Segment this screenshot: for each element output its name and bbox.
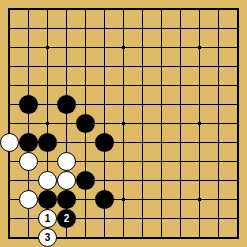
intersection-H5[interactable]	[133, 152, 152, 171]
intersection-J12[interactable]	[152, 19, 171, 38]
intersection-E5[interactable]	[76, 152, 95, 171]
intersection-N6[interactable]	[228, 133, 247, 152]
intersection-G7[interactable]	[114, 114, 133, 133]
intersection-G4[interactable]	[114, 171, 133, 190]
intersection-C12[interactable]	[38, 19, 57, 38]
go-board-diagram: 123	[0, 0, 247, 247]
intersection-F4[interactable]	[95, 171, 114, 190]
intersection-E9[interactable]	[76, 76, 95, 95]
intersection-C11[interactable]	[38, 38, 57, 57]
intersection-H12[interactable]	[133, 19, 152, 38]
white-stone	[0, 133, 19, 152]
intersection-G5[interactable]	[114, 152, 133, 171]
intersection-C4[interactable]	[38, 171, 57, 190]
intersection-D4[interactable]	[57, 171, 76, 190]
intersection-E6[interactable]	[76, 133, 95, 152]
intersection-J8[interactable]	[152, 95, 171, 114]
black-stone	[19, 133, 38, 152]
intersection-J7[interactable]	[152, 114, 171, 133]
intersection-F3[interactable]	[95, 190, 114, 209]
white-stone	[38, 171, 57, 190]
intersection-D12[interactable]	[57, 19, 76, 38]
intersection-H2[interactable]	[133, 209, 152, 228]
intersection-B2[interactable]	[19, 209, 38, 228]
intersection-M10[interactable]	[209, 57, 228, 76]
white-stone	[57, 152, 76, 171]
intersection-H1[interactable]	[133, 228, 152, 247]
intersection-D7[interactable]	[57, 114, 76, 133]
intersection-A4[interactable]	[0, 171, 19, 190]
intersection-K5[interactable]	[171, 152, 190, 171]
intersection-B9[interactable]	[19, 76, 38, 95]
intersection-M7[interactable]	[209, 114, 228, 133]
intersection-B7[interactable]	[19, 114, 38, 133]
intersection-A5[interactable]	[0, 152, 19, 171]
intersection-E3[interactable]	[76, 190, 95, 209]
intersection-A6[interactable]	[0, 133, 19, 152]
intersection-J5[interactable]	[152, 152, 171, 171]
intersection-M9[interactable]	[209, 76, 228, 95]
intersection-C10[interactable]	[38, 57, 57, 76]
intersection-M1[interactable]	[209, 228, 228, 247]
intersection-D2[interactable]: 2	[57, 209, 76, 228]
intersection-E4[interactable]	[76, 171, 95, 190]
intersection-K2[interactable]	[171, 209, 190, 228]
intersection-G12[interactable]	[114, 19, 133, 38]
move-2-black-stone: 2	[57, 209, 76, 228]
intersection-A2[interactable]	[0, 209, 19, 228]
intersection-D13[interactable]	[57, 0, 76, 19]
intersection-H6[interactable]	[133, 133, 152, 152]
intersection-F6[interactable]	[95, 133, 114, 152]
intersection-J6[interactable]	[152, 133, 171, 152]
intersection-E11[interactable]	[76, 38, 95, 57]
intersection-A8[interactable]	[0, 95, 19, 114]
intersection-N4[interactable]	[228, 171, 247, 190]
intersection-E12[interactable]	[76, 19, 95, 38]
intersection-N9[interactable]	[228, 76, 247, 95]
intersection-M6[interactable]	[209, 133, 228, 152]
intersection-K4[interactable]	[171, 171, 190, 190]
intersection-H3[interactable]	[133, 190, 152, 209]
go-board[interactable]: 123	[0, 0, 247, 247]
intersection-C3[interactable]	[38, 190, 57, 209]
intersection-K9[interactable]	[171, 76, 190, 95]
intersection-B6[interactable]	[19, 133, 38, 152]
black-stone	[76, 171, 95, 190]
intersection-J4[interactable]	[152, 171, 171, 190]
intersection-K10[interactable]	[171, 57, 190, 76]
intersection-N2[interactable]	[228, 209, 247, 228]
intersection-K12[interactable]	[171, 19, 190, 38]
intersection-H13[interactable]	[133, 0, 152, 19]
intersection-F13[interactable]	[95, 0, 114, 19]
black-stone	[57, 95, 76, 114]
intersection-H7[interactable]	[133, 114, 152, 133]
intersection-J9[interactable]	[152, 76, 171, 95]
intersection-J3[interactable]	[152, 190, 171, 209]
intersection-D10[interactable]	[57, 57, 76, 76]
intersection-L8[interactable]	[190, 95, 209, 114]
intersection-G11[interactable]	[114, 38, 133, 57]
intersection-D8[interactable]	[57, 95, 76, 114]
intersection-A11[interactable]	[0, 38, 19, 57]
intersection-G1[interactable]	[114, 228, 133, 247]
intersection-F1[interactable]	[95, 228, 114, 247]
black-stone	[38, 190, 57, 209]
white-stone	[57, 171, 76, 190]
intersection-G3[interactable]	[114, 190, 133, 209]
black-stone	[57, 190, 76, 209]
intersection-L12[interactable]	[190, 19, 209, 38]
intersection-G8[interactable]	[114, 95, 133, 114]
intersection-K8[interactable]	[171, 95, 190, 114]
intersection-C2[interactable]: 1	[38, 209, 57, 228]
intersection-M13[interactable]	[209, 0, 228, 19]
intersection-L9[interactable]	[190, 76, 209, 95]
intersection-B5[interactable]	[19, 152, 38, 171]
black-stone	[76, 114, 95, 133]
intersection-L7[interactable]	[190, 114, 209, 133]
black-stone	[38, 133, 57, 152]
intersection-L6[interactable]	[190, 133, 209, 152]
intersection-N10[interactable]	[228, 57, 247, 76]
black-stone	[95, 133, 114, 152]
intersection-L5[interactable]	[190, 152, 209, 171]
intersection-L1[interactable]	[190, 228, 209, 247]
intersection-G9[interactable]	[114, 76, 133, 95]
intersection-G13[interactable]	[114, 0, 133, 19]
intersection-A1[interactable]	[0, 228, 19, 247]
move-1-white-stone: 1	[38, 209, 57, 228]
intersection-L4[interactable]	[190, 171, 209, 190]
intersection-C13[interactable]	[38, 0, 57, 19]
intersection-G2[interactable]	[114, 209, 133, 228]
intersection-K13[interactable]	[171, 0, 190, 19]
white-stone	[19, 152, 38, 171]
intersection-A7[interactable]	[0, 114, 19, 133]
intersection-F5[interactable]	[95, 152, 114, 171]
intersection-H10[interactable]	[133, 57, 152, 76]
intersection-A3[interactable]	[0, 190, 19, 209]
intersection-M2[interactable]	[209, 209, 228, 228]
intersection-C6[interactable]	[38, 133, 57, 152]
intersection-H9[interactable]	[133, 76, 152, 95]
intersection-E13[interactable]	[76, 0, 95, 19]
intersection-D6[interactable]	[57, 133, 76, 152]
intersection-C7[interactable]	[38, 114, 57, 133]
intersection-J13[interactable]	[152, 0, 171, 19]
intersection-K1[interactable]	[171, 228, 190, 247]
intersection-J1[interactable]	[152, 228, 171, 247]
intersection-L10[interactable]	[190, 57, 209, 76]
move-3-white-stone: 3	[38, 228, 57, 247]
black-stone	[95, 190, 114, 209]
intersection-N7[interactable]	[228, 114, 247, 133]
intersection-B11[interactable]	[19, 38, 38, 57]
intersection-G10[interactable]	[114, 57, 133, 76]
intersection-J11[interactable]	[152, 38, 171, 57]
intersection-E8[interactable]	[76, 95, 95, 114]
intersection-F2[interactable]	[95, 209, 114, 228]
intersection-E7[interactable]	[76, 114, 95, 133]
intersection-H4[interactable]	[133, 171, 152, 190]
intersection-F10[interactable]	[95, 57, 114, 76]
intersection-E1[interactable]	[76, 228, 95, 247]
intersection-N12[interactable]	[228, 19, 247, 38]
white-stone	[19, 190, 38, 209]
intersection-C9[interactable]	[38, 76, 57, 95]
intersection-B1[interactable]	[19, 228, 38, 247]
intersection-N8[interactable]	[228, 95, 247, 114]
intersection-M11[interactable]	[209, 38, 228, 57]
black-stone	[19, 95, 38, 114]
intersection-B4[interactable]	[19, 171, 38, 190]
intersection-M8[interactable]	[209, 95, 228, 114]
intersection-D5[interactable]	[57, 152, 76, 171]
intersection-C8[interactable]	[38, 95, 57, 114]
intersection-F11[interactable]	[95, 38, 114, 57]
intersection-A10[interactable]	[0, 57, 19, 76]
intersection-K11[interactable]	[171, 38, 190, 57]
intersection-B12[interactable]	[19, 19, 38, 38]
intersection-G6[interactable]	[114, 133, 133, 152]
intersection-A12[interactable]	[0, 19, 19, 38]
intersection-K3[interactable]	[171, 190, 190, 209]
intersection-D1[interactable]	[57, 228, 76, 247]
intersection-M3[interactable]	[209, 190, 228, 209]
intersection-J10[interactable]	[152, 57, 171, 76]
intersection-K7[interactable]	[171, 114, 190, 133]
intersection-H11[interactable]	[133, 38, 152, 57]
intersection-C1[interactable]: 3	[38, 228, 57, 247]
intersection-F8[interactable]	[95, 95, 114, 114]
intersection-M12[interactable]	[209, 19, 228, 38]
intersection-D9[interactable]	[57, 76, 76, 95]
intersection-F7[interactable]	[95, 114, 114, 133]
intersection-H8[interactable]	[133, 95, 152, 114]
intersection-F12[interactable]	[95, 19, 114, 38]
intersection-B8[interactable]	[19, 95, 38, 114]
intersection-N11[interactable]	[228, 38, 247, 57]
intersection-L2[interactable]	[190, 209, 209, 228]
intersection-J2[interactable]	[152, 209, 171, 228]
intersection-N1[interactable]	[228, 228, 247, 247]
intersection-L3[interactable]	[190, 190, 209, 209]
intersection-A9[interactable]	[0, 76, 19, 95]
intersection-A13[interactable]	[0, 0, 19, 19]
intersection-B3[interactable]	[19, 190, 38, 209]
intersection-D3[interactable]	[57, 190, 76, 209]
intersection-L13[interactable]	[190, 0, 209, 19]
intersection-N13[interactable]	[228, 0, 247, 19]
intersection-B10[interactable]	[19, 57, 38, 76]
intersection-N5[interactable]	[228, 152, 247, 171]
intersection-L11[interactable]	[190, 38, 209, 57]
intersection-C5[interactable]	[38, 152, 57, 171]
intersection-D11[interactable]	[57, 38, 76, 57]
intersection-E10[interactable]	[76, 57, 95, 76]
intersection-M4[interactable]	[209, 171, 228, 190]
intersection-K6[interactable]	[171, 133, 190, 152]
intersection-N3[interactable]	[228, 190, 247, 209]
intersection-M5[interactable]	[209, 152, 228, 171]
intersection-F9[interactable]	[95, 76, 114, 95]
intersection-E2[interactable]	[76, 209, 95, 228]
intersection-B13[interactable]	[19, 0, 38, 19]
